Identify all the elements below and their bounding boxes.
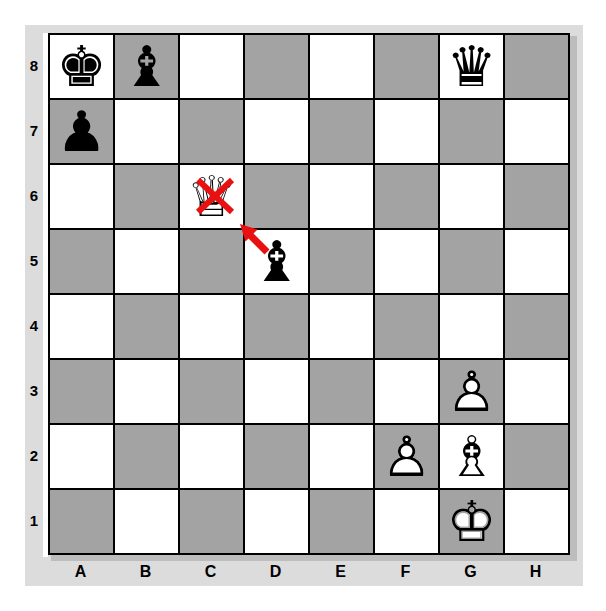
white-pawn-glyph-outline: ♙ [440,360,503,423]
file-label-f: F [373,559,438,585]
rank-label-8: 8 [25,33,43,98]
square-e1[interactable] [310,490,373,553]
chess-board: ♚♝♛♟♛♕♝♟♙♟♙♝♗♚♔ [48,33,570,555]
square-g8[interactable]: ♛ [440,35,503,98]
square-f4[interactable] [375,295,438,358]
square-g1[interactable]: ♚♔ [440,490,503,553]
square-b4[interactable] [115,295,178,358]
square-b2[interactable] [115,425,178,488]
square-g3[interactable]: ♟♙ [440,360,503,423]
rank-label-5: 5 [25,228,43,293]
black-bishop-glyph: ♝ [115,35,178,98]
piece-black-king[interactable]: ♚ [50,35,113,98]
piece-white-pawn[interactable]: ♟♙ [440,360,503,423]
square-c8[interactable] [180,35,243,98]
square-b6[interactable] [115,165,178,228]
chess-diagram: ♚♝♛♟♛♕♝♟♙♟♙♝♗♚♔ 87654321 ABCDEFGH [0,0,606,611]
rank-label-1: 1 [25,488,43,553]
square-c1[interactable] [180,490,243,553]
square-b1[interactable] [115,490,178,553]
square-e8[interactable] [310,35,373,98]
square-f2[interactable]: ♟♙ [375,425,438,488]
square-g2[interactable]: ♝♗ [440,425,503,488]
square-d4[interactable] [245,295,308,358]
square-b3[interactable] [115,360,178,423]
square-e4[interactable] [310,295,373,358]
piece-white-bishop[interactable]: ♝♗ [440,425,503,488]
square-a8[interactable]: ♚ [50,35,113,98]
piece-black-pawn[interactable]: ♟ [50,100,113,163]
file-label-g: G [438,559,503,585]
file-label-a: A [48,559,113,585]
piece-black-bishop[interactable]: ♝ [115,35,178,98]
square-f8[interactable] [375,35,438,98]
file-label-b: B [113,559,178,585]
square-a4[interactable] [50,295,113,358]
square-e5[interactable] [310,230,373,293]
square-c3[interactable] [180,360,243,423]
rank-label-6: 6 [25,163,43,228]
square-h3[interactable] [505,360,568,423]
square-c5[interactable] [180,230,243,293]
square-g6[interactable] [440,165,503,228]
square-h7[interactable] [505,100,568,163]
square-f3[interactable] [375,360,438,423]
file-label-c: C [178,559,243,585]
square-f1[interactable] [375,490,438,553]
square-g5[interactable] [440,230,503,293]
white-king-glyph-outline: ♔ [440,490,503,553]
piece-white-pawn[interactable]: ♟♙ [375,425,438,488]
square-c7[interactable] [180,100,243,163]
square-d8[interactable] [245,35,308,98]
square-e2[interactable] [310,425,373,488]
square-c6[interactable]: ♛♕ [180,165,243,228]
rank-label-2: 2 [25,423,43,488]
file-label-d: D [243,559,308,585]
square-a3[interactable] [50,360,113,423]
file-label-e: E [308,559,373,585]
piece-white-king[interactable]: ♚♔ [440,490,503,553]
white-pawn-glyph-outline: ♙ [375,425,438,488]
square-e7[interactable] [310,100,373,163]
piece-black-bishop[interactable]: ♝ [245,230,308,293]
square-e6[interactable] [310,165,373,228]
square-c2[interactable] [180,425,243,488]
file-label-h: H [503,559,568,585]
square-d3[interactable] [245,360,308,423]
square-h6[interactable] [505,165,568,228]
square-f7[interactable] [375,100,438,163]
square-b7[interactable] [115,100,178,163]
square-d7[interactable] [245,100,308,163]
black-king-glyph: ♚ [50,35,113,98]
square-a1[interactable] [50,490,113,553]
rank-label-4: 4 [25,293,43,358]
square-e3[interactable] [310,360,373,423]
white-bishop-glyph-outline: ♗ [440,425,503,488]
rank-label-3: 3 [25,358,43,423]
square-a7[interactable]: ♟ [50,100,113,163]
square-d1[interactable] [245,490,308,553]
square-d5[interactable]: ♝ [245,230,308,293]
square-f6[interactable] [375,165,438,228]
square-h8[interactable] [505,35,568,98]
square-h2[interactable] [505,425,568,488]
square-g7[interactable] [440,100,503,163]
square-d2[interactable] [245,425,308,488]
black-bishop-glyph: ♝ [245,230,308,293]
square-h4[interactable] [505,295,568,358]
square-d6[interactable] [245,165,308,228]
square-g4[interactable] [440,295,503,358]
square-f5[interactable] [375,230,438,293]
square-b8[interactable]: ♝ [115,35,178,98]
square-h5[interactable] [505,230,568,293]
black-queen-glyph: ♛ [440,35,503,98]
rank-label-7: 7 [25,98,43,163]
black-pawn-glyph: ♟ [50,100,113,163]
square-a2[interactable] [50,425,113,488]
board-bevel-shadow-right [570,36,577,561]
square-a6[interactable] [50,165,113,228]
square-c4[interactable] [180,295,243,358]
white-queen-glyph-outline: ♕ [180,165,243,228]
piece-black-queen[interactable]: ♛ [440,35,503,98]
square-b5[interactable] [115,230,178,293]
piece-white-queen[interactable]: ♛♕ [180,165,243,228]
square-h1[interactable] [505,490,568,553]
square-a5[interactable] [50,230,113,293]
